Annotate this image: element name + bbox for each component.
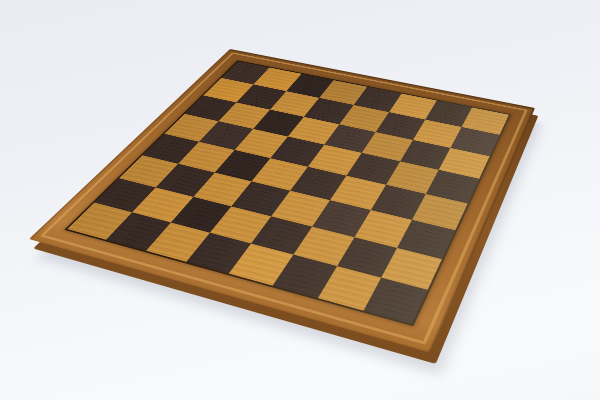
photo-background xyxy=(0,0,600,400)
board-grid xyxy=(64,60,511,326)
